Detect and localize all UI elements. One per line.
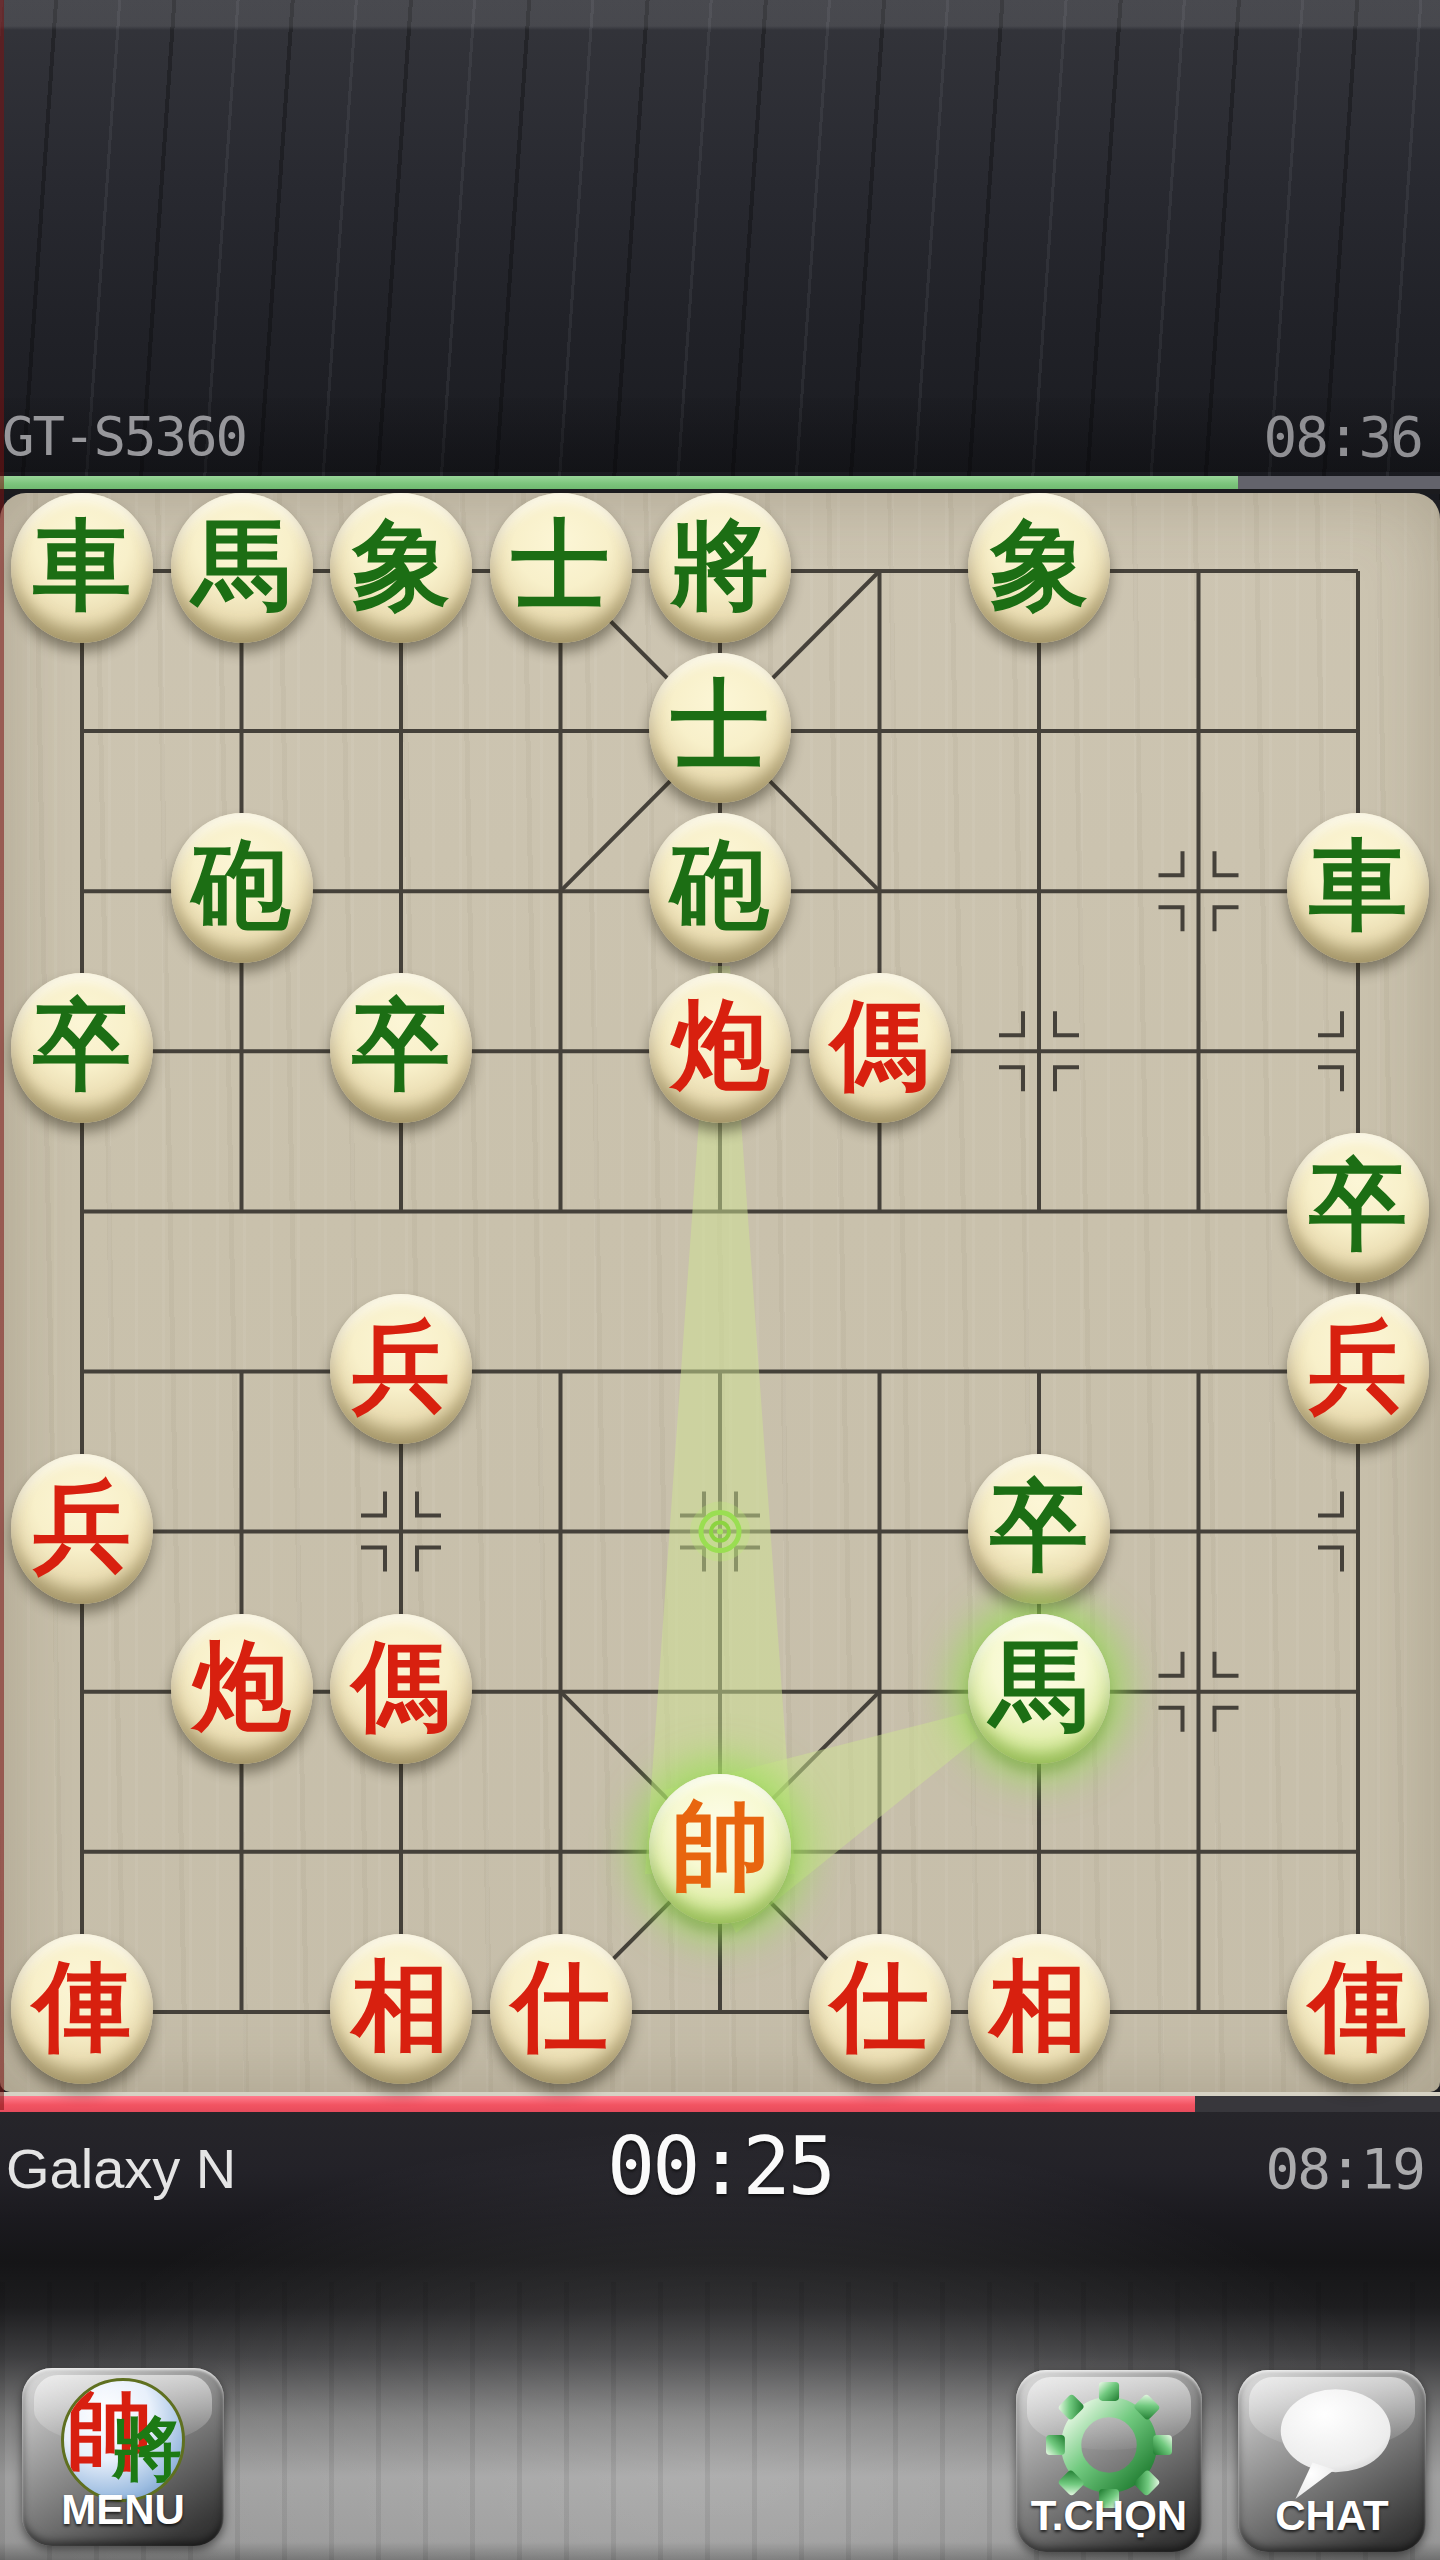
menu-generals-icon: 帥 將: [61, 2378, 185, 2502]
piece-glyph: 仕: [512, 1931, 610, 2081]
player-clock: 08:19: [1265, 2136, 1424, 2201]
piece-glyph: 馬: [193, 490, 291, 640]
piece-glyph: 兵: [1309, 1291, 1407, 1441]
piece-glyph: 砲: [671, 810, 769, 960]
piece-glyph: 俥: [33, 1931, 131, 2081]
piece-red-f1-r7[interactable]: 炮: [171, 1614, 313, 1764]
chat-bubble-icon: [1268, 2382, 1396, 2504]
piece-red-f2-r5[interactable]: 兵: [330, 1294, 472, 1444]
piece-red-f8-r5[interactable]: 兵: [1287, 1294, 1429, 1444]
clock-row: Galaxy N 00:25 08:19: [0, 2120, 1440, 2206]
piece-glyph: 卒: [990, 1451, 1088, 1601]
piece-red-f8-r9[interactable]: 俥: [1287, 1934, 1429, 2084]
piece-green-f1-r0[interactable]: 馬: [171, 493, 313, 643]
piece-green-f6-r7[interactable]: 馬: [968, 1614, 1110, 1764]
piece-red-f2-r7[interactable]: 傌: [330, 1614, 472, 1764]
piece-green-f4-r2[interactable]: 砲: [649, 813, 791, 963]
piece-glyph: 士: [671, 650, 769, 800]
piece-glyph: 相: [990, 1931, 1088, 2081]
piece-glyph: 兵: [33, 1451, 131, 1601]
menu-icon-green-general: 將: [112, 2403, 182, 2497]
piece-glyph: 卒: [1309, 1130, 1407, 1280]
player-time-bar-fill: [0, 2096, 1195, 2112]
piece-glyph: 相: [352, 1931, 450, 2081]
xiangqi-board[interactable]: 車馬象士將象士砲砲車卒卒炮傌卒兵兵兵卒炮傌馬帥俥相仕仕相俥: [0, 493, 1440, 2092]
chat-button[interactable]: CHAT: [1238, 2370, 1426, 2552]
opponent-time-bar-fill: [0, 476, 1238, 490]
piece-glyph: 象: [352, 490, 450, 640]
piece-green-f2-r0[interactable]: 象: [330, 493, 472, 643]
piece-glyph: 砲: [193, 810, 291, 960]
pieces-layer: 車馬象士將象士砲砲車卒卒炮傌卒兵兵兵卒炮傌馬帥俥相仕仕相俥: [0, 493, 1440, 2092]
options-button-label: T.CHỌN: [1016, 2492, 1202, 2540]
piece-red-f5-r3[interactable]: 傌: [809, 973, 951, 1123]
piece-red-f0-r6[interactable]: 兵: [11, 1454, 153, 1604]
piece-glyph: 兵: [352, 1291, 450, 1441]
piece-glyph: 士: [512, 490, 610, 640]
piece-glyph: 將: [671, 490, 769, 640]
piece-green-f0-r0[interactable]: 車: [11, 493, 153, 643]
player-time-bar: [0, 2096, 1440, 2112]
chat-button-label: CHAT: [1238, 2492, 1426, 2540]
options-button[interactable]: T.CHỌN: [1016, 2370, 1202, 2552]
move-timer: 00:25: [0, 2120, 1440, 2213]
piece-glyph: 馬: [990, 1611, 1088, 1761]
piece-green-f0-r3[interactable]: 卒: [11, 973, 153, 1123]
app-screen: GT-S5360 08:36 車馬象士將象士砲砲車卒卒炮傌卒兵兵兵卒炮傌馬帥俥相…: [0, 0, 1440, 2560]
piece-red-f6-r9[interactable]: 相: [968, 1934, 1110, 2084]
menu-button-label: MENU: [22, 2486, 224, 2534]
menu-button[interactable]: 帥 將 MENU: [22, 2368, 224, 2546]
piece-green-f3-r0[interactable]: 士: [490, 493, 632, 643]
piece-red-f5-r9[interactable]: 仕: [809, 1934, 951, 2084]
piece-glyph: 車: [1309, 810, 1407, 960]
left-edge-video-artifact: [0, 0, 4, 2110]
piece-red-f3-r9[interactable]: 仕: [490, 1934, 632, 2084]
piece-green-f6-r6[interactable]: 卒: [968, 1454, 1110, 1604]
piece-glyph: 俥: [1309, 1931, 1407, 2081]
piece-red-f4-r8[interactable]: 帥: [649, 1774, 791, 1924]
opponent-time-bar: [0, 476, 1440, 490]
piece-green-f2-r3[interactable]: 卒: [330, 973, 472, 1123]
piece-red-f2-r9[interactable]: 相: [330, 1934, 472, 2084]
piece-glyph: 仕: [831, 1931, 929, 2081]
piece-glyph: 象: [990, 490, 1088, 640]
opponent-clock: 08:36: [1263, 404, 1422, 469]
piece-glyph: 傌: [831, 970, 929, 1120]
piece-green-f4-r0[interactable]: 將: [649, 493, 791, 643]
piece-glyph: 炮: [193, 1611, 291, 1761]
piece-green-f8-r4[interactable]: 卒: [1287, 1133, 1429, 1283]
piece-green-f8-r2[interactable]: 車: [1287, 813, 1429, 963]
opponent-name: GT-S5360: [2, 405, 246, 468]
piece-glyph: 炮: [671, 970, 769, 1120]
piece-green-f1-r2[interactable]: 砲: [171, 813, 313, 963]
piece-red-f4-r3[interactable]: 炮: [649, 973, 791, 1123]
top-player-header: GT-S5360 08:36: [0, 404, 1440, 468]
piece-green-f4-r1[interactable]: 士: [649, 653, 791, 803]
piece-glyph: 車: [33, 490, 131, 640]
piece-glyph: 卒: [33, 970, 131, 1120]
gear-icon: [1046, 2382, 1172, 2508]
piece-red-f0-r9[interactable]: 俥: [11, 1934, 153, 2084]
piece-glyph: 卒: [352, 970, 450, 1120]
piece-glyph: 傌: [352, 1611, 450, 1761]
piece-green-f6-r0[interactable]: 象: [968, 493, 1110, 643]
piece-glyph: 帥: [671, 1771, 769, 1921]
